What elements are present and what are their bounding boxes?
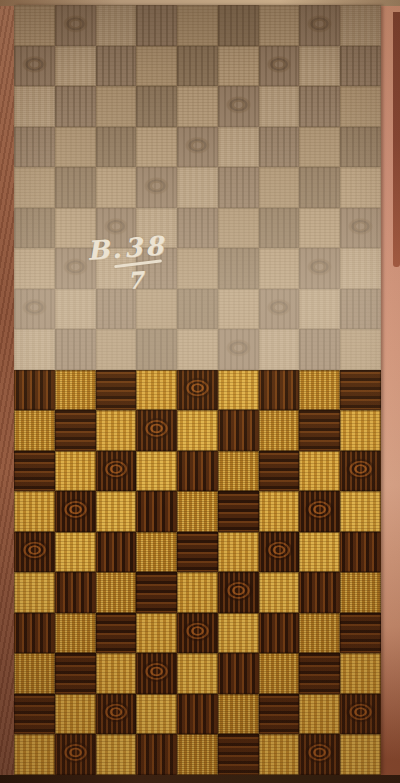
square-r13c1 (55, 532, 96, 573)
square-r12c0 (14, 491, 55, 532)
square-r9c5 (218, 370, 259, 411)
chalk-annotation: B.38 7 (86, 230, 169, 296)
wood-panel: B.38 7 (14, 5, 381, 775)
square-r11c5 (218, 451, 259, 492)
square-r0c6 (259, 5, 300, 46)
square-r1c7 (299, 46, 340, 87)
square-r7c0 (14, 289, 55, 330)
square-r11c6 (259, 451, 300, 492)
square-r16c7 (299, 653, 340, 694)
square-r18c4 (177, 734, 218, 775)
square-r17c2 (96, 694, 137, 735)
square-r1c0 (14, 46, 55, 87)
square-r8c4 (177, 329, 218, 370)
square-r4c4 (177, 167, 218, 208)
square-r17c6 (259, 694, 300, 735)
square-r7c5 (218, 289, 259, 330)
square-r0c7 (299, 5, 340, 46)
square-r18c6 (259, 734, 300, 775)
square-r9c4 (177, 370, 218, 411)
square-r9c7 (299, 370, 340, 411)
square-r18c2 (96, 734, 137, 775)
square-r12c5 (218, 491, 259, 532)
square-r0c5 (218, 5, 259, 46)
square-r1c4 (177, 46, 218, 87)
square-r4c1 (55, 167, 96, 208)
square-r0c8 (340, 5, 381, 46)
wall-right-dark-sliver (393, 12, 400, 267)
square-r12c8 (340, 491, 381, 532)
square-r0c3 (136, 5, 177, 46)
square-r15c1 (55, 613, 96, 654)
square-r17c8 (340, 694, 381, 735)
square-r3c3 (136, 127, 177, 168)
square-r9c2 (96, 370, 137, 411)
checkerboard-grid (14, 5, 381, 775)
square-r15c8 (340, 613, 381, 654)
square-r16c2 (96, 653, 137, 694)
square-r13c8 (340, 532, 381, 573)
square-r2c6 (259, 86, 300, 127)
square-r11c3 (136, 451, 177, 492)
square-r7c7 (299, 289, 340, 330)
square-r13c6 (259, 532, 300, 573)
square-r6c4 (177, 248, 218, 289)
square-r11c8 (340, 451, 381, 492)
square-r15c6 (259, 613, 300, 654)
square-r3c1 (55, 127, 96, 168)
square-r4c6 (259, 167, 300, 208)
square-r18c0 (14, 734, 55, 775)
square-r10c3 (136, 410, 177, 451)
square-r11c1 (55, 451, 96, 492)
square-r5c5 (218, 208, 259, 249)
square-r3c5 (218, 127, 259, 168)
square-r3c2 (96, 127, 137, 168)
square-r4c3 (136, 167, 177, 208)
square-r14c4 (177, 572, 218, 613)
square-r6c6 (259, 248, 300, 289)
square-r17c1 (55, 694, 96, 735)
square-r17c0 (14, 694, 55, 735)
square-r7c4 (177, 289, 218, 330)
square-r2c5 (218, 86, 259, 127)
square-r0c0 (14, 5, 55, 46)
square-r15c2 (96, 613, 137, 654)
square-r1c1 (55, 46, 96, 87)
square-r6c8 (340, 248, 381, 289)
square-r1c6 (259, 46, 300, 87)
square-r1c8 (340, 46, 381, 87)
square-r1c3 (136, 46, 177, 87)
square-r2c8 (340, 86, 381, 127)
square-r16c0 (14, 653, 55, 694)
square-r6c7 (299, 248, 340, 289)
square-r15c5 (218, 613, 259, 654)
square-r8c6 (259, 329, 300, 370)
square-r11c0 (14, 451, 55, 492)
square-r6c5 (218, 248, 259, 289)
square-r2c2 (96, 86, 137, 127)
square-r17c7 (299, 694, 340, 735)
square-r10c4 (177, 410, 218, 451)
square-r15c0 (14, 613, 55, 654)
square-r9c3 (136, 370, 177, 411)
square-r9c8 (340, 370, 381, 411)
square-r13c0 (14, 532, 55, 573)
square-r12c6 (259, 491, 300, 532)
square-r12c7 (299, 491, 340, 532)
square-r10c0 (14, 410, 55, 451)
square-r8c7 (299, 329, 340, 370)
square-r3c4 (177, 127, 218, 168)
square-r5c6 (259, 208, 300, 249)
square-r3c7 (299, 127, 340, 168)
square-r0c2 (96, 5, 137, 46)
square-r13c4 (177, 532, 218, 573)
panel-bottom-edge-shadow (0, 775, 400, 783)
square-r4c5 (218, 167, 259, 208)
square-r10c7 (299, 410, 340, 451)
square-r15c3 (136, 613, 177, 654)
square-r14c8 (340, 572, 381, 613)
square-r14c6 (259, 572, 300, 613)
square-r4c7 (299, 167, 340, 208)
square-r4c2 (96, 167, 137, 208)
square-r1c5 (218, 46, 259, 87)
chalk-denominator: 7 (126, 264, 169, 294)
square-r3c0 (14, 127, 55, 168)
square-r16c1 (55, 653, 96, 694)
square-r10c5 (218, 410, 259, 451)
square-r14c2 (96, 572, 137, 613)
square-r14c7 (299, 572, 340, 613)
square-r17c4 (177, 694, 218, 735)
square-r3c8 (340, 127, 381, 168)
square-r16c6 (259, 653, 300, 694)
square-r9c6 (259, 370, 300, 411)
square-r8c3 (136, 329, 177, 370)
square-r2c1 (55, 86, 96, 127)
square-r14c5 (218, 572, 259, 613)
square-r13c3 (136, 532, 177, 573)
square-r18c8 (340, 734, 381, 775)
square-r16c8 (340, 653, 381, 694)
square-r8c2 (96, 329, 137, 370)
square-r7c6 (259, 289, 300, 330)
square-r11c2 (96, 451, 137, 492)
square-r15c7 (299, 613, 340, 654)
square-r4c8 (340, 167, 381, 208)
square-r11c7 (299, 451, 340, 492)
square-r12c1 (55, 491, 96, 532)
square-r0c4 (177, 5, 218, 46)
square-r13c5 (218, 532, 259, 573)
square-r7c3 (136, 289, 177, 330)
square-r13c2 (96, 532, 137, 573)
square-r5c0 (14, 208, 55, 249)
square-r12c4 (177, 491, 218, 532)
square-r15c4 (177, 613, 218, 654)
square-r11c4 (177, 451, 218, 492)
square-r18c7 (299, 734, 340, 775)
square-r8c5 (218, 329, 259, 370)
square-r6c0 (14, 248, 55, 289)
square-r10c6 (259, 410, 300, 451)
square-r17c3 (136, 694, 177, 735)
square-r2c4 (177, 86, 218, 127)
square-r3c6 (259, 127, 300, 168)
square-r10c2 (96, 410, 137, 451)
square-r9c1 (55, 370, 96, 411)
square-r12c2 (96, 491, 137, 532)
square-r14c3 (136, 572, 177, 613)
square-r0c1 (55, 5, 96, 46)
square-r16c5 (218, 653, 259, 694)
square-r8c0 (14, 329, 55, 370)
square-r18c3 (136, 734, 177, 775)
square-r12c3 (136, 491, 177, 532)
square-r2c7 (299, 86, 340, 127)
square-r2c0 (14, 86, 55, 127)
square-r18c1 (55, 734, 96, 775)
square-r8c1 (55, 329, 96, 370)
square-r17c5 (218, 694, 259, 735)
square-r8c8 (340, 329, 381, 370)
square-r13c7 (299, 532, 340, 573)
square-r2c3 (136, 86, 177, 127)
square-r5c4 (177, 208, 218, 249)
photo-scene: B.38 7 (0, 0, 400, 783)
square-r9c0 (14, 370, 55, 411)
square-r16c4 (177, 653, 218, 694)
square-r18c5 (218, 734, 259, 775)
square-r5c7 (299, 208, 340, 249)
square-r10c1 (55, 410, 96, 451)
square-r16c3 (136, 653, 177, 694)
square-r7c8 (340, 289, 381, 330)
square-r14c0 (14, 572, 55, 613)
square-r5c8 (340, 208, 381, 249)
square-r14c1 (55, 572, 96, 613)
square-r4c0 (14, 167, 55, 208)
square-r10c8 (340, 410, 381, 451)
square-r1c2 (96, 46, 137, 87)
